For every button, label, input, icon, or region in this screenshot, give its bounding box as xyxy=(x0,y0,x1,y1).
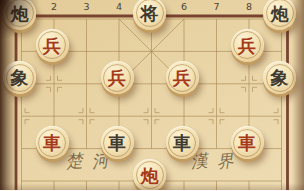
column-label-8: 8 xyxy=(246,1,252,13)
piece-black-elephant[interactable]: 象 xyxy=(3,61,36,94)
piece-character: 車 xyxy=(101,126,134,159)
piece-black-cannon[interactable]: 炮 xyxy=(263,0,296,30)
column-label-7: 7 xyxy=(213,1,219,13)
piece-character: 象 xyxy=(3,61,36,94)
column-label-6: 6 xyxy=(181,1,187,13)
piece-character: 炮 xyxy=(133,159,166,191)
piece-character: 車 xyxy=(166,126,199,159)
piece-red-chariot[interactable]: 車 xyxy=(231,126,264,159)
piece-character: 将 xyxy=(133,0,166,30)
piece-red-cannon[interactable]: 炮 xyxy=(133,159,166,191)
piece-character: 車 xyxy=(36,126,69,159)
column-label-3: 3 xyxy=(83,1,89,13)
column-label-4: 4 xyxy=(116,1,122,13)
piece-character: 兵 xyxy=(101,61,134,94)
piece-black-chariot[interactable]: 車 xyxy=(166,126,199,159)
piece-black-elephant[interactable]: 象 xyxy=(263,61,296,94)
piece-red-soldier[interactable]: 兵 xyxy=(231,29,264,62)
column-label-2: 2 xyxy=(51,1,57,13)
piece-character: 象 xyxy=(263,61,296,94)
piece-black-general[interactable]: 将 xyxy=(133,0,166,30)
piece-character: 兵 xyxy=(166,61,199,94)
piece-black-cannon[interactable]: 炮 xyxy=(3,0,36,30)
xiangqi-board: 楚河漢界 234678 炮将炮兵兵象兵兵象車車車車炮 xyxy=(0,0,304,190)
piece-black-chariot[interactable]: 車 xyxy=(101,126,134,159)
piece-character: 車 xyxy=(231,126,264,159)
piece-red-soldier[interactable]: 兵 xyxy=(36,29,69,62)
piece-character: 兵 xyxy=(231,29,264,62)
piece-red-chariot[interactable]: 車 xyxy=(36,126,69,159)
piece-red-soldier[interactable]: 兵 xyxy=(101,61,134,94)
piece-red-soldier[interactable]: 兵 xyxy=(166,61,199,94)
piece-character: 炮 xyxy=(263,0,296,30)
piece-character: 兵 xyxy=(36,29,69,62)
piece-character: 炮 xyxy=(3,0,36,30)
